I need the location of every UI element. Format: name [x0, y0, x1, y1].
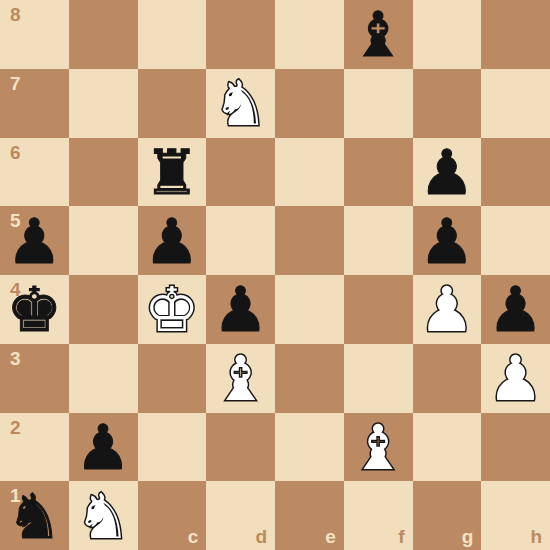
rank-label-6: 6: [10, 143, 21, 162]
piece-black-rook[interactable]: ♜: [144, 142, 200, 204]
square-g8[interactable]: [413, 0, 482, 69]
square-a5[interactable]: 5♟: [0, 206, 69, 275]
square-c8[interactable]: [138, 0, 207, 69]
square-e5[interactable]: [275, 206, 344, 275]
piece-white-bishop[interactable]: ♝: [350, 417, 406, 479]
square-g6[interactable]: ♟: [413, 138, 482, 207]
piece-black-pawn[interactable]: ♟: [144, 211, 200, 273]
piece-white-king[interactable]: ♚: [144, 279, 200, 341]
square-c3[interactable]: [138, 344, 207, 413]
square-h1[interactable]: h: [481, 481, 550, 550]
piece-white-pawn[interactable]: ♟: [488, 348, 544, 410]
file-label-c: c: [188, 527, 199, 546]
square-c6[interactable]: ♜: [138, 138, 207, 207]
rank-label-3: 3: [10, 349, 21, 368]
square-c4[interactable]: ♚: [138, 275, 207, 344]
piece-black-pawn[interactable]: ♟: [75, 417, 131, 479]
file-label-e: e: [325, 527, 336, 546]
square-h5[interactable]: [481, 206, 550, 275]
square-h4[interactable]: ♟: [481, 275, 550, 344]
square-b4[interactable]: [69, 275, 138, 344]
square-c2[interactable]: [138, 413, 207, 482]
piece-black-bishop[interactable]: ♝: [350, 4, 406, 66]
square-d1[interactable]: d: [206, 481, 275, 550]
rank-label-8: 8: [10, 5, 21, 24]
square-e4[interactable]: [275, 275, 344, 344]
file-label-d: d: [255, 527, 267, 546]
square-d4[interactable]: ♟: [206, 275, 275, 344]
square-b2[interactable]: ♟: [69, 413, 138, 482]
square-g3[interactable]: [413, 344, 482, 413]
square-f6[interactable]: [344, 138, 413, 207]
square-h6[interactable]: [481, 138, 550, 207]
square-e1[interactable]: e: [275, 481, 344, 550]
square-g7[interactable]: [413, 69, 482, 138]
square-e8[interactable]: [275, 0, 344, 69]
square-g5[interactable]: ♟: [413, 206, 482, 275]
piece-black-knight[interactable]: ♞: [7, 486, 63, 548]
square-a2[interactable]: 2: [0, 413, 69, 482]
square-h2[interactable]: [481, 413, 550, 482]
piece-black-pawn[interactable]: ♟: [419, 142, 475, 204]
piece-black-pawn[interactable]: ♟: [213, 279, 269, 341]
square-b7[interactable]: [69, 69, 138, 138]
piece-white-bishop[interactable]: ♝: [213, 348, 269, 410]
square-f2[interactable]: ♝: [344, 413, 413, 482]
square-a3[interactable]: 3: [0, 344, 69, 413]
square-c1[interactable]: c: [138, 481, 207, 550]
chess-board: 8♝7♞6♜♟5♟♟♟4♚♚♟♟♟3♝♟2♟♝1♞♞cdefgh: [0, 0, 550, 550]
square-f4[interactable]: [344, 275, 413, 344]
square-a1[interactable]: 1♞: [0, 481, 69, 550]
square-a8[interactable]: 8: [0, 0, 69, 69]
rank-label-2: 2: [10, 418, 21, 437]
square-e7[interactable]: [275, 69, 344, 138]
piece-white-knight[interactable]: ♞: [75, 486, 131, 548]
square-b1[interactable]: ♞: [69, 481, 138, 550]
square-e2[interactable]: [275, 413, 344, 482]
square-f7[interactable]: [344, 69, 413, 138]
square-b6[interactable]: [69, 138, 138, 207]
square-f8[interactable]: ♝: [344, 0, 413, 69]
square-e6[interactable]: [275, 138, 344, 207]
file-label-g: g: [462, 527, 474, 546]
square-g4[interactable]: ♟: [413, 275, 482, 344]
rank-label-7: 7: [10, 74, 21, 93]
square-c5[interactable]: ♟: [138, 206, 207, 275]
square-a4[interactable]: 4♚: [0, 275, 69, 344]
square-d3[interactable]: ♝: [206, 344, 275, 413]
square-a6[interactable]: 6: [0, 138, 69, 207]
piece-black-pawn[interactable]: ♟: [488, 279, 544, 341]
square-b3[interactable]: [69, 344, 138, 413]
square-g1[interactable]: g: [413, 481, 482, 550]
square-b5[interactable]: [69, 206, 138, 275]
file-label-f: f: [398, 527, 404, 546]
piece-white-pawn[interactable]: ♟: [419, 279, 475, 341]
square-f1[interactable]: f: [344, 481, 413, 550]
file-label-h: h: [530, 527, 542, 546]
square-c7[interactable]: [138, 69, 207, 138]
square-b8[interactable]: [69, 0, 138, 69]
square-f3[interactable]: [344, 344, 413, 413]
piece-black-pawn[interactable]: ♟: [7, 211, 63, 273]
square-g2[interactable]: [413, 413, 482, 482]
piece-black-pawn[interactable]: ♟: [419, 211, 475, 273]
square-h8[interactable]: [481, 0, 550, 69]
square-d5[interactable]: [206, 206, 275, 275]
piece-white-knight[interactable]: ♞: [213, 73, 269, 135]
square-a7[interactable]: 7: [0, 69, 69, 138]
square-d7[interactable]: ♞: [206, 69, 275, 138]
piece-black-king[interactable]: ♚: [7, 279, 63, 341]
square-e3[interactable]: [275, 344, 344, 413]
square-h7[interactable]: [481, 69, 550, 138]
square-f5[interactable]: [344, 206, 413, 275]
square-d6[interactable]: [206, 138, 275, 207]
square-d8[interactable]: [206, 0, 275, 69]
square-h3[interactable]: ♟: [481, 344, 550, 413]
square-d2[interactable]: [206, 413, 275, 482]
